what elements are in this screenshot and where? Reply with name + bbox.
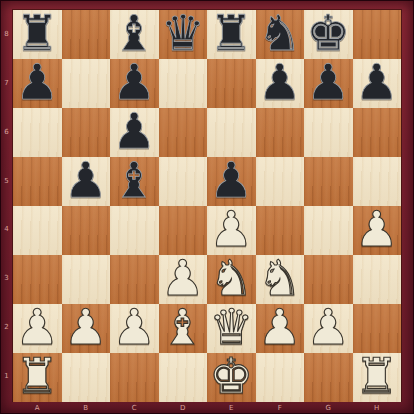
file-label-h: H — [353, 403, 402, 414]
file-label-e: E — [207, 403, 256, 414]
square-g8[interactable]: ♚ — [304, 10, 353, 59]
piece-white-knight[interactable]: ♞ — [209, 254, 253, 303]
piece-white-pawn[interactable]: ♟ — [64, 303, 108, 352]
square-a3[interactable] — [13, 255, 62, 304]
piece-black-queen[interactable]: ♛ — [161, 9, 205, 58]
square-b2[interactable]: ♟ — [62, 304, 111, 353]
square-h8[interactable] — [353, 10, 402, 59]
rank-label-6: 6 — [0, 129, 13, 136]
square-a1[interactable]: ♜ — [13, 353, 62, 402]
square-h7[interactable]: ♟ — [353, 59, 402, 108]
square-c1[interactable] — [110, 353, 159, 402]
square-f3[interactable]: ♞ — [256, 255, 305, 304]
piece-white-pawn[interactable]: ♟ — [112, 303, 156, 352]
piece-black-pawn[interactable]: ♟ — [258, 58, 302, 107]
rank-label-2: 2 — [0, 324, 13, 331]
piece-black-king[interactable]: ♚ — [306, 9, 350, 58]
piece-black-rook[interactable]: ♜ — [15, 9, 59, 58]
square-f8[interactable]: ♞ — [256, 10, 305, 59]
piece-white-knight[interactable]: ♞ — [258, 254, 302, 303]
square-e7[interactable] — [207, 59, 256, 108]
square-e8[interactable]: ♜ — [207, 10, 256, 59]
square-f7[interactable]: ♟ — [256, 59, 305, 108]
square-b3[interactable] — [62, 255, 111, 304]
square-h5[interactable] — [353, 157, 402, 206]
file-label-a: A — [13, 403, 62, 414]
square-f5[interactable] — [256, 157, 305, 206]
square-g1[interactable] — [304, 353, 353, 402]
rank-label-7: 7 — [0, 80, 13, 87]
piece-white-pawn[interactable]: ♟ — [258, 303, 302, 352]
square-g4[interactable] — [304, 206, 353, 255]
square-c6[interactable]: ♟ — [110, 108, 159, 157]
square-b7[interactable] — [62, 59, 111, 108]
square-b6[interactable] — [62, 108, 111, 157]
square-f2[interactable]: ♟ — [256, 304, 305, 353]
square-g3[interactable] — [304, 255, 353, 304]
piece-black-pawn[interactable]: ♟ — [306, 58, 350, 107]
chess-board: ♜♝♛♜♞♚♟♟♟♟♟♟♟♝♟♟♟♟♞♞♟♟♟♝♛♟♟♜♚♜ — [13, 10, 401, 401]
square-b8[interactable] — [62, 10, 111, 59]
piece-black-pawn[interactable]: ♟ — [112, 107, 156, 156]
piece-white-rook[interactable]: ♜ — [15, 352, 59, 401]
square-h6[interactable] — [353, 108, 402, 157]
square-d3[interactable]: ♟ — [159, 255, 208, 304]
square-d7[interactable] — [159, 59, 208, 108]
file-label-f: F — [256, 403, 305, 414]
chess-board-frame: ♜♝♛♜♞♚♟♟♟♟♟♟♟♝♟♟♟♟♞♞♟♟♟♝♛♟♟♜♚♜ 87654321A… — [0, 0, 414, 414]
rank-label-4: 4 — [0, 226, 13, 233]
square-c3[interactable] — [110, 255, 159, 304]
square-e2[interactable]: ♛ — [207, 304, 256, 353]
square-a4[interactable] — [13, 206, 62, 255]
file-label-b: B — [62, 403, 111, 414]
piece-black-bishop[interactable]: ♝ — [112, 9, 156, 58]
square-h2[interactable] — [353, 304, 402, 353]
square-c4[interactable] — [110, 206, 159, 255]
piece-black-bishop[interactable]: ♝ — [112, 156, 156, 205]
file-label-d: D — [159, 403, 208, 414]
square-f6[interactable] — [256, 108, 305, 157]
square-f4[interactable] — [256, 206, 305, 255]
rank-label-1: 1 — [0, 373, 13, 380]
piece-white-king[interactable]: ♚ — [209, 352, 253, 401]
square-g7[interactable]: ♟ — [304, 59, 353, 108]
square-c7[interactable]: ♟ — [110, 59, 159, 108]
piece-black-pawn[interactable]: ♟ — [64, 156, 108, 205]
square-a6[interactable] — [13, 108, 62, 157]
piece-black-rook[interactable]: ♜ — [209, 9, 253, 58]
piece-white-bishop[interactable]: ♝ — [161, 303, 205, 352]
rank-label-8: 8 — [0, 31, 13, 38]
piece-black-pawn[interactable]: ♟ — [209, 156, 253, 205]
square-g2[interactable]: ♟ — [304, 304, 353, 353]
square-h3[interactable] — [353, 255, 402, 304]
square-b4[interactable] — [62, 206, 111, 255]
file-label-c: C — [110, 403, 159, 414]
piece-black-pawn[interactable]: ♟ — [15, 58, 59, 107]
rank-label-5: 5 — [0, 178, 13, 185]
piece-black-pawn[interactable]: ♟ — [355, 58, 399, 107]
square-e1[interactable]: ♚ — [207, 353, 256, 402]
square-e6[interactable] — [207, 108, 256, 157]
piece-white-queen[interactable]: ♛ — [209, 303, 253, 352]
square-a5[interactable] — [13, 157, 62, 206]
square-c8[interactable]: ♝ — [110, 10, 159, 59]
piece-white-pawn[interactable]: ♟ — [306, 303, 350, 352]
square-d2[interactable]: ♝ — [159, 304, 208, 353]
square-d1[interactable] — [159, 353, 208, 402]
square-a2[interactable]: ♟ — [13, 304, 62, 353]
square-c2[interactable]: ♟ — [110, 304, 159, 353]
square-d4[interactable] — [159, 206, 208, 255]
square-d8[interactable]: ♛ — [159, 10, 208, 59]
rank-label-3: 3 — [0, 275, 13, 282]
square-e5[interactable]: ♟ — [207, 157, 256, 206]
square-d6[interactable] — [159, 108, 208, 157]
square-a7[interactable]: ♟ — [13, 59, 62, 108]
piece-white-pawn[interactable]: ♟ — [161, 254, 205, 303]
file-label-g: G — [304, 403, 353, 414]
piece-white-pawn[interactable]: ♟ — [209, 205, 253, 254]
square-b1[interactable] — [62, 353, 111, 402]
piece-white-rook[interactable]: ♜ — [355, 352, 399, 401]
square-h1[interactable]: ♜ — [353, 353, 402, 402]
square-e3[interactable]: ♞ — [207, 255, 256, 304]
piece-black-knight[interactable]: ♞ — [258, 9, 302, 58]
square-h4[interactable]: ♟ — [353, 206, 402, 255]
piece-white-pawn[interactable]: ♟ — [15, 303, 59, 352]
piece-white-pawn[interactable]: ♟ — [355, 205, 399, 254]
square-g6[interactable] — [304, 108, 353, 157]
square-b5[interactable]: ♟ — [62, 157, 111, 206]
square-f1[interactable] — [256, 353, 305, 402]
square-d5[interactable] — [159, 157, 208, 206]
square-a8[interactable]: ♜ — [13, 10, 62, 59]
piece-black-pawn[interactable]: ♟ — [112, 58, 156, 107]
square-g5[interactable] — [304, 157, 353, 206]
square-e4[interactable]: ♟ — [207, 206, 256, 255]
square-c5[interactable]: ♝ — [110, 157, 159, 206]
